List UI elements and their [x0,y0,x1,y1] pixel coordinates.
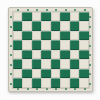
square-f8[interactable] [60,12,70,22]
square-g6[interactable] [70,31,80,41]
square-h1[interactable] [79,78,89,88]
coordinate-mark-d-bottom [46,88,48,90]
square-h8[interactable] [79,12,89,22]
square-g8[interactable] [70,12,80,22]
square-h5[interactable] [79,40,89,50]
photo-background [0,0,100,100]
square-h4[interactable] [79,50,89,60]
square-e3[interactable] [51,59,61,69]
square-c1[interactable] [32,78,42,88]
square-g4[interactable] [70,50,80,60]
square-b2[interactable] [22,69,32,79]
square-e1[interactable] [51,78,61,88]
square-d5[interactable] [41,40,51,50]
square-f5[interactable] [60,40,70,50]
square-a4[interactable] [13,50,23,60]
coordinate-mark-1-right [89,83,91,85]
coordinate-mark-d-top [46,9,48,11]
coordinate-mark-4-left [10,54,12,56]
square-h6[interactable] [79,31,89,41]
square-b4[interactable] [22,50,32,60]
coordinate-mark-7-right [89,26,91,28]
coordinate-mark-g-bottom [74,88,76,90]
square-g5[interactable] [70,40,80,50]
coordinate-mark-a-top [17,9,19,11]
coordinate-mark-5-right [89,45,91,47]
square-h2[interactable] [79,69,89,79]
file-coordinates-bottom [14,88,90,92]
square-f4[interactable] [60,50,70,60]
coordinate-mark-5-left [10,45,12,47]
square-b3[interactable] [22,59,32,69]
square-h7[interactable] [79,21,89,31]
coordinate-mark-f-top [65,9,67,11]
coordinate-mark-3-left [10,64,12,66]
square-e7[interactable] [51,21,61,31]
square-c4[interactable] [32,50,42,60]
square-c2[interactable] [32,69,42,79]
square-f6[interactable] [60,31,70,41]
coordinate-mark-b-top [27,9,29,11]
coordinate-mark-4-right [89,54,91,56]
rank-coordinates-right [89,13,93,89]
square-a8[interactable] [13,12,23,22]
square-e8[interactable] [51,12,61,22]
square-a5[interactable] [13,40,23,50]
square-c8[interactable] [32,12,42,22]
square-g2[interactable] [70,69,80,79]
coordinate-mark-e-bottom [55,88,57,90]
coordinate-mark-3-right [89,64,91,66]
coordinate-mark-a-bottom [17,88,19,90]
square-c5[interactable] [32,40,42,50]
square-a1[interactable] [13,78,23,88]
coordinate-mark-1-left [10,83,12,85]
square-f3[interactable] [60,59,70,69]
coordinate-mark-h-bottom [84,88,86,90]
square-d7[interactable] [41,21,51,31]
square-e5[interactable] [51,40,61,50]
square-a2[interactable] [13,69,23,79]
square-d1[interactable] [41,78,51,88]
square-b7[interactable] [22,21,32,31]
square-b5[interactable] [22,40,32,50]
square-h3[interactable] [79,59,89,69]
square-e6[interactable] [51,31,61,41]
square-d2[interactable] [41,69,51,79]
coordinate-mark-6-right [89,35,91,37]
square-f7[interactable] [60,21,70,31]
square-d6[interactable] [41,31,51,41]
coordinate-mark-8-left [10,16,12,18]
coordinate-mark-6-left [10,35,12,37]
square-d3[interactable] [41,59,51,69]
coordinate-mark-7-left [10,26,12,28]
square-c3[interactable] [32,59,42,69]
coordinate-mark-c-top [36,9,38,11]
chess-board [8,7,93,92]
square-a3[interactable] [13,59,23,69]
square-c7[interactable] [32,21,42,31]
square-c6[interactable] [32,31,42,41]
coordinate-mark-e-top [55,9,57,11]
square-b1[interactable] [22,78,32,88]
square-d4[interactable] [41,50,51,60]
square-b8[interactable] [22,12,32,22]
coordinate-mark-g-top [74,9,76,11]
coordinate-mark-h-top [84,9,86,11]
square-g3[interactable] [70,59,80,69]
square-e2[interactable] [51,69,61,79]
square-g7[interactable] [70,21,80,31]
square-b6[interactable] [22,31,32,41]
coordinate-mark-f-bottom [65,88,67,90]
square-a6[interactable] [13,31,23,41]
coordinate-mark-c-bottom [36,88,38,90]
board-grid [13,12,89,88]
square-e4[interactable] [51,50,61,60]
square-d8[interactable] [41,12,51,22]
square-g1[interactable] [70,78,80,88]
coordinate-mark-8-right [89,16,91,18]
square-f1[interactable] [60,78,70,88]
coordinate-mark-b-bottom [27,88,29,90]
coordinate-mark-2-left [10,73,12,75]
square-a7[interactable] [13,21,23,31]
coordinate-mark-2-right [89,73,91,75]
square-f2[interactable] [60,69,70,79]
